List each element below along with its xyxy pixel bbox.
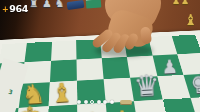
square <box>100 38 127 58</box>
carousel-dot[interactable] <box>84 100 88 104</box>
carousel-dots <box>77 100 114 104</box>
square: ♝ <box>48 81 77 106</box>
captured-knight: ♞ <box>55 0 65 10</box>
square <box>25 42 52 62</box>
folded-chess-mat <box>86 0 102 9</box>
captured-silver-pieces: ♜♟♞ <box>29 0 65 10</box>
channel-watermark: + 964 <box>2 4 28 14</box>
captured-pawn: ♟ <box>172 0 180 6</box>
gold-bishop: ♝ <box>50 79 75 107</box>
smartphone <box>67 0 85 10</box>
square <box>47 104 78 112</box>
square <box>102 57 131 79</box>
square <box>104 78 134 103</box>
chess-video-frame: ♜♟♞ ♟♟ ♝ 6 5 4 ♟♞♝♛♚♜♚♟♟♝♜♝♟♟♞♛♟♟ 3 + 96… <box>0 0 200 112</box>
carousel-dot[interactable] <box>103 100 107 104</box>
watermark-number: 964 <box>9 4 28 14</box>
gold-pawn: ♟ <box>112 107 132 112</box>
captured-gold-pieces-top: ♟♟ <box>172 0 189 6</box>
square <box>76 39 102 59</box>
captured-gold-piece-side: ♝ <box>184 13 197 28</box>
square <box>134 99 168 112</box>
gold-pawn: ♟ <box>82 109 102 112</box>
square <box>172 35 200 55</box>
square: ♚ <box>16 106 49 112</box>
silver-queen: ♛ <box>133 71 160 101</box>
captured-pawn: ♟ <box>181 0 189 6</box>
gold-king: ♚ <box>16 102 46 112</box>
square: ♛ <box>130 76 162 101</box>
carousel-dot-active[interactable] <box>90 100 94 104</box>
square: ♟ <box>77 103 108 112</box>
carousel-more-button[interactable] <box>120 100 132 105</box>
carousel-dot[interactable] <box>77 100 81 104</box>
silver-pawn: ♟ <box>161 57 178 76</box>
coordinate-label: 3 <box>8 89 14 96</box>
silver-king: ♚ <box>189 68 200 98</box>
square <box>51 41 77 61</box>
plus-sign: + <box>2 6 9 14</box>
captured-rook: ♜ <box>29 0 39 10</box>
carousel-dot[interactable] <box>97 100 101 104</box>
carousel-dot[interactable] <box>110 100 114 104</box>
captured-pawn: ♟ <box>42 0 52 10</box>
square <box>76 58 103 80</box>
